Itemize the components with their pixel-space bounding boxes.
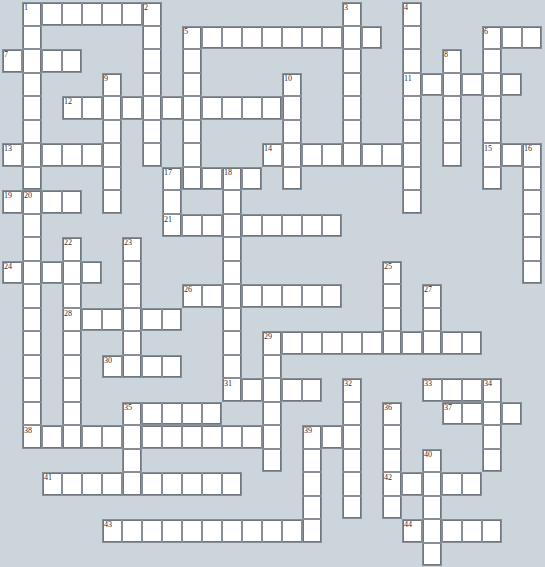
grid-cell-r16c1[interactable] [22,378,42,402]
grid-cell-r6c0[interactable] [2,143,22,167]
grid-cell-r6c24[interactable] [482,143,502,167]
grid-cell-r14c21[interactable] [422,331,442,355]
grid-cell-r8c8[interactable] [162,190,182,214]
grid-cell-r18c8[interactable] [162,425,182,449]
grid-cell-r7c9[interactable] [182,167,202,191]
grid-cell-r9c11[interactable] [222,214,242,238]
grid-cell-r20c2[interactable] [42,472,62,496]
grid-cell-r22c5[interactable] [102,519,122,543]
grid-cell-r3c20[interactable] [402,73,422,97]
grid-cell-r20c22[interactable] [442,472,462,496]
grid-cell-r19c13[interactable] [262,449,282,473]
grid-cell-r17c22[interactable] [442,402,462,426]
grid-cell-r19c17[interactable] [342,449,362,473]
grid-cell-r12c11[interactable] [222,284,242,308]
grid-cell-r18c4[interactable] [82,425,102,449]
grid-cell-r17c24[interactable] [482,402,502,426]
grid-cell-r19c19[interactable] [382,449,402,473]
grid-cell-r19c15[interactable] [302,449,322,473]
grid-cell-r17c8[interactable] [162,402,182,426]
grid-cell-r22c10[interactable] [202,519,222,543]
grid-cell-r1c17[interactable] [342,26,362,50]
grid-cell-r22c13[interactable] [262,519,282,543]
grid-cell-r18c15[interactable] [302,425,322,449]
grid-cell-r3c25[interactable] [502,73,522,97]
grid-cell-r20c20[interactable] [402,472,422,496]
grid-cell-r13c21[interactable] [422,308,442,332]
grid-cell-r13c6[interactable] [122,308,142,332]
grid-cell-r18c6[interactable] [122,425,142,449]
grid-cell-r15c11[interactable] [222,355,242,379]
grid-cell-r16c3[interactable] [62,378,82,402]
grid-cell-r8c26[interactable] [522,190,542,214]
grid-cell-r14c16[interactable] [322,331,342,355]
grid-cell-r0c7[interactable] [142,2,162,26]
grid-cell-r5c22[interactable] [442,120,462,144]
grid-cell-r4c24[interactable] [482,96,502,120]
grid-cell-r12c6[interactable] [122,284,142,308]
grid-cell-r9c10[interactable] [202,214,222,238]
grid-cell-r13c8[interactable] [162,308,182,332]
grid-cell-r14c3[interactable] [62,331,82,355]
grid-cell-r14c13[interactable] [262,331,282,355]
grid-cell-r21c21[interactable] [422,496,442,520]
grid-cell-r23c21[interactable] [422,543,442,567]
grid-cell-r4c6[interactable] [122,96,142,120]
grid-cell-r20c11[interactable] [222,472,242,496]
grid-cell-r11c1[interactable] [22,261,42,285]
grid-cell-r17c13[interactable] [262,402,282,426]
grid-cell-r0c3[interactable] [62,2,82,26]
grid-cell-r18c5[interactable] [102,425,122,449]
grid-cell-r22c6[interactable] [122,519,142,543]
grid-cell-r20c8[interactable] [162,472,182,496]
grid-cell-r22c23[interactable] [462,519,482,543]
grid-cell-r5c20[interactable] [402,120,422,144]
grid-cell-r17c19[interactable] [382,402,402,426]
grid-cell-r20c3[interactable] [62,472,82,496]
grid-cell-r4c3[interactable] [62,96,82,120]
grid-cell-r3c7[interactable] [142,73,162,97]
grid-cell-r7c24[interactable] [482,167,502,191]
grid-cell-r9c13[interactable] [262,214,282,238]
grid-cell-r12c12[interactable] [242,284,262,308]
grid-cell-r20c9[interactable] [182,472,202,496]
grid-cell-r5c9[interactable] [182,120,202,144]
grid-cell-r6c22[interactable] [442,143,462,167]
grid-cell-r14c23[interactable] [462,331,482,355]
grid-cell-r3c5[interactable] [102,73,122,97]
grid-cell-r18c17[interactable] [342,425,362,449]
grid-cell-r12c14[interactable] [282,284,302,308]
grid-cell-r7c26[interactable] [522,167,542,191]
grid-cell-r15c7[interactable] [142,355,162,379]
grid-cell-r0c4[interactable] [82,2,102,26]
grid-cell-r19c24[interactable] [482,449,502,473]
grid-cell-r1c10[interactable] [202,26,222,50]
grid-cell-r2c9[interactable] [182,49,202,73]
grid-cell-r17c3[interactable] [62,402,82,426]
grid-cell-r7c1[interactable] [22,167,42,191]
grid-cell-r22c21[interactable] [422,519,442,543]
grid-cell-r5c24[interactable] [482,120,502,144]
grid-cell-r1c24[interactable] [482,26,502,50]
grid-cell-r4c11[interactable] [222,96,242,120]
grid-cell-r7c12[interactable] [242,167,262,191]
grid-cell-r22c9[interactable] [182,519,202,543]
grid-cell-r2c24[interactable] [482,49,502,73]
grid-cell-r6c18[interactable] [362,143,382,167]
grid-cell-r1c12[interactable] [242,26,262,50]
grid-cell-r6c7[interactable] [142,143,162,167]
grid-cell-r3c24[interactable] [482,73,502,97]
grid-cell-r5c7[interactable] [142,120,162,144]
grid-cell-r8c11[interactable] [222,190,242,214]
grid-cell-r20c15[interactable] [302,472,322,496]
grid-cell-r2c22[interactable] [442,49,462,73]
grid-cell-r1c11[interactable] [222,26,242,50]
grid-cell-r1c9[interactable] [182,26,202,50]
grid-cell-r6c14[interactable] [282,143,302,167]
grid-cell-r14c6[interactable] [122,331,142,355]
grid-cell-r1c7[interactable] [142,26,162,50]
grid-cell-r15c3[interactable] [62,355,82,379]
grid-cell-r4c4[interactable] [82,96,102,120]
grid-cell-r8c5[interactable] [102,190,122,214]
grid-cell-r1c18[interactable] [362,26,382,50]
grid-cell-r2c20[interactable] [402,49,422,73]
grid-cell-r3c17[interactable] [342,73,362,97]
grid-cell-r16c23[interactable] [462,378,482,402]
grid-cell-r3c14[interactable] [282,73,302,97]
grid-cell-r1c15[interactable] [302,26,322,50]
grid-cell-r5c5[interactable] [102,120,122,144]
grid-cell-r11c6[interactable] [122,261,142,285]
grid-cell-r14c18[interactable] [362,331,382,355]
grid-cell-r13c3[interactable] [62,308,82,332]
grid-cell-r7c5[interactable] [102,167,122,191]
grid-cell-r14c1[interactable] [22,331,42,355]
grid-cell-r7c8[interactable] [162,167,182,191]
grid-cell-r8c20[interactable] [402,190,422,214]
grid-cell-r2c3[interactable] [62,49,82,73]
grid-cell-r22c8[interactable] [162,519,182,543]
grid-cell-r4c8[interactable] [162,96,182,120]
grid-cell-r16c12[interactable] [242,378,262,402]
grid-cell-r22c12[interactable] [242,519,262,543]
grid-cell-r1c26[interactable] [522,26,542,50]
grid-cell-r12c10[interactable] [202,284,222,308]
grid-cell-r14c14[interactable] [282,331,302,355]
grid-cell-r4c1[interactable] [22,96,42,120]
grid-cell-r1c16[interactable] [322,26,342,50]
grid-cell-r9c8[interactable] [162,214,182,238]
grid-cell-r4c5[interactable] [102,96,122,120]
grid-cell-r14c20[interactable] [402,331,422,355]
grid-cell-r16c17[interactable] [342,378,362,402]
grid-cell-r3c22[interactable] [442,73,462,97]
grid-cell-r15c1[interactable] [22,355,42,379]
grid-cell-r15c5[interactable] [102,355,122,379]
grid-cell-r18c10[interactable] [202,425,222,449]
grid-cell-r6c26[interactable] [522,143,542,167]
grid-cell-r18c7[interactable] [142,425,162,449]
grid-cell-r14c15[interactable] [302,331,322,355]
grid-cell-r12c19[interactable] [382,284,402,308]
grid-cell-r13c4[interactable] [82,308,102,332]
grid-cell-r6c16[interactable] [322,143,342,167]
grid-cell-r3c23[interactable] [462,73,482,97]
grid-cell-r16c15[interactable] [302,378,322,402]
grid-cell-r8c2[interactable] [42,190,62,214]
grid-cell-r8c3[interactable] [62,190,82,214]
grid-cell-r18c13[interactable] [262,425,282,449]
grid-cell-r2c0[interactable] [2,49,22,73]
grid-cell-r17c23[interactable] [462,402,482,426]
grid-cell-r20c21[interactable] [422,472,442,496]
grid-cell-r22c14[interactable] [282,519,302,543]
grid-cell-r10c3[interactable] [62,237,82,261]
grid-cell-r11c26[interactable] [522,261,542,285]
grid-cell-r9c15[interactable] [302,214,322,238]
grid-cell-r2c17[interactable] [342,49,362,73]
grid-cell-r20c10[interactable] [202,472,222,496]
grid-cell-r7c20[interactable] [402,167,422,191]
grid-cell-r3c9[interactable] [182,73,202,97]
grid-cell-r3c21[interactable] [422,73,442,97]
grid-cell-r18c9[interactable] [182,425,202,449]
grid-cell-r15c13[interactable] [262,355,282,379]
grid-cell-r17c17[interactable] [342,402,362,426]
grid-cell-r21c15[interactable] [302,496,322,520]
grid-cell-r2c2[interactable] [42,49,62,73]
grid-cell-r6c1[interactable] [22,143,42,167]
grid-cell-r15c8[interactable] [162,355,182,379]
grid-cell-r18c16[interactable] [322,425,342,449]
grid-cell-r11c3[interactable] [62,261,82,285]
grid-cell-r17c9[interactable] [182,402,202,426]
grid-cell-r10c1[interactable] [22,237,42,261]
grid-cell-r2c7[interactable] [142,49,162,73]
grid-cell-r11c11[interactable] [222,261,242,285]
grid-cell-r10c26[interactable] [522,237,542,261]
grid-cell-r10c11[interactable] [222,237,242,261]
grid-cell-r22c20[interactable] [402,519,422,543]
grid-cell-r12c21[interactable] [422,284,442,308]
grid-cell-r4c13[interactable] [262,96,282,120]
grid-cell-r4c22[interactable] [442,96,462,120]
grid-cell-r20c6[interactable] [122,472,142,496]
grid-cell-r1c13[interactable] [262,26,282,50]
grid-cell-r2c1[interactable] [22,49,42,73]
grid-cell-r13c11[interactable] [222,308,242,332]
grid-cell-r22c7[interactable] [142,519,162,543]
grid-cell-r6c20[interactable] [402,143,422,167]
grid-cell-r1c14[interactable] [282,26,302,50]
grid-cell-r16c11[interactable] [222,378,242,402]
grid-cell-r12c13[interactable] [262,284,282,308]
grid-cell-r6c2[interactable] [42,143,62,167]
grid-cell-r9c14[interactable] [282,214,302,238]
grid-cell-r8c0[interactable] [2,190,22,214]
grid-cell-r3c1[interactable] [22,73,42,97]
grid-cell-r12c16[interactable] [322,284,342,308]
grid-cell-r20c7[interactable] [142,472,162,496]
grid-cell-r0c20[interactable] [402,2,422,26]
crossword-board: 1234567891011121314151617181920212223242… [0,0,545,567]
grid-cell-r16c22[interactable] [442,378,462,402]
grid-cell-r0c2[interactable] [42,2,62,26]
grid-cell-r9c12[interactable] [242,214,262,238]
grid-cell-r22c24[interactable] [482,519,502,543]
grid-cell-r18c1[interactable] [22,425,42,449]
grid-cell-r22c15[interactable] [302,519,322,543]
grid-cell-r0c1[interactable] [22,2,42,26]
grid-cell-r22c22[interactable] [442,519,462,543]
grid-cell-r11c2[interactable] [42,261,62,285]
grid-cell-r11c19[interactable] [382,261,402,285]
grid-cell-r17c6[interactable] [122,402,142,426]
grid-cell-r13c5[interactable] [102,308,122,332]
grid-cell-r17c1[interactable] [22,402,42,426]
grid-cell-r16c14[interactable] [282,378,302,402]
grid-cell-r1c20[interactable] [402,26,422,50]
grid-cell-r21c19[interactable] [382,496,402,520]
grid-cell-r17c10[interactable] [202,402,222,426]
grid-cell-r12c15[interactable] [302,284,322,308]
grid-cell-r20c5[interactable] [102,472,122,496]
grid-cell-r5c1[interactable] [22,120,42,144]
grid-cell-r6c19[interactable] [382,143,402,167]
grid-cell-r9c16[interactable] [322,214,342,238]
grid-cell-r6c3[interactable] [62,143,82,167]
grid-cell-r9c9[interactable] [182,214,202,238]
grid-cell-r5c14[interactable] [282,120,302,144]
grid-cell-r7c10[interactable] [202,167,222,191]
grid-cell-r16c24[interactable] [482,378,502,402]
grid-cell-r11c4[interactable] [82,261,102,285]
grid-cell-r6c5[interactable] [102,143,122,167]
grid-cell-r13c19[interactable] [382,308,402,332]
grid-cell-r13c1[interactable] [22,308,42,332]
grid-cell-r14c22[interactable] [442,331,462,355]
grid-cell-r6c13[interactable] [262,143,282,167]
grid-cell-r4c12[interactable] [242,96,262,120]
grid-cell-r16c21[interactable] [422,378,442,402]
grid-cell-r4c9[interactable] [182,96,202,120]
grid-cell-r6c17[interactable] [342,143,362,167]
grid-cell-r14c17[interactable] [342,331,362,355]
grid-cell-r4c10[interactable] [202,96,222,120]
grid-cell-r19c21[interactable] [422,449,442,473]
grid-cell-r1c25[interactable] [502,26,522,50]
grid-cell-r6c4[interactable] [82,143,102,167]
grid-cell-r12c3[interactable] [62,284,82,308]
grid-cell-r21c17[interactable] [342,496,362,520]
grid-cell-r8c1[interactable] [22,190,42,214]
grid-cell-r0c6[interactable] [122,2,142,26]
grid-cell-r18c11[interactable] [222,425,242,449]
grid-cell-r9c1[interactable] [22,214,42,238]
grid-cell-r14c19[interactable] [382,331,402,355]
grid-cell-r7c14[interactable] [282,167,302,191]
grid-cell-r12c1[interactable] [22,284,42,308]
grid-cell-r18c24[interactable] [482,425,502,449]
grid-cell-r18c2[interactable] [42,425,62,449]
grid-cell-r18c12[interactable] [242,425,262,449]
grid-cell-r5c17[interactable] [342,120,362,144]
grid-cell-r6c9[interactable] [182,143,202,167]
grid-cell-r19c6[interactable] [122,449,142,473]
grid-cell-r10c6[interactable] [122,237,142,261]
grid-cell-r4c7[interactable] [142,96,162,120]
grid-cell-r22c11[interactable] [222,519,242,543]
grid-cell-r1c1[interactable] [22,26,42,50]
grid-cell-r6c15[interactable] [302,143,322,167]
grid-cell-r20c17[interactable] [342,472,362,496]
grid-cell-r20c4[interactable] [82,472,102,496]
grid-cell-r11c0[interactable] [2,261,22,285]
grid-cell-r18c3[interactable] [62,425,82,449]
grid-cell-r4c20[interactable] [402,96,422,120]
grid-cell-r6c25[interactable] [502,143,522,167]
grid-cell-r15c6[interactable] [122,355,142,379]
grid-cell-r7c11[interactable] [222,167,242,191]
grid-cell-r20c23[interactable] [462,472,482,496]
grid-cell-r14c11[interactable] [222,331,242,355]
grid-cell-r13c7[interactable] [142,308,162,332]
grid-cell-r20c19[interactable] [382,472,402,496]
grid-cell-r16c13[interactable] [262,378,282,402]
grid-cell-r4c14[interactable] [282,96,302,120]
grid-cell-r0c5[interactable] [102,2,122,26]
grid-cell-r9c26[interactable] [522,214,542,238]
grid-cell-r0c17[interactable] [342,2,362,26]
grid-cell-r12c9[interactable] [182,284,202,308]
grid-cell-r4c17[interactable] [342,96,362,120]
grid-cell-r18c19[interactable] [382,425,402,449]
grid-cell-r17c25[interactable] [502,402,522,426]
grid-cell-r17c7[interactable] [142,402,162,426]
